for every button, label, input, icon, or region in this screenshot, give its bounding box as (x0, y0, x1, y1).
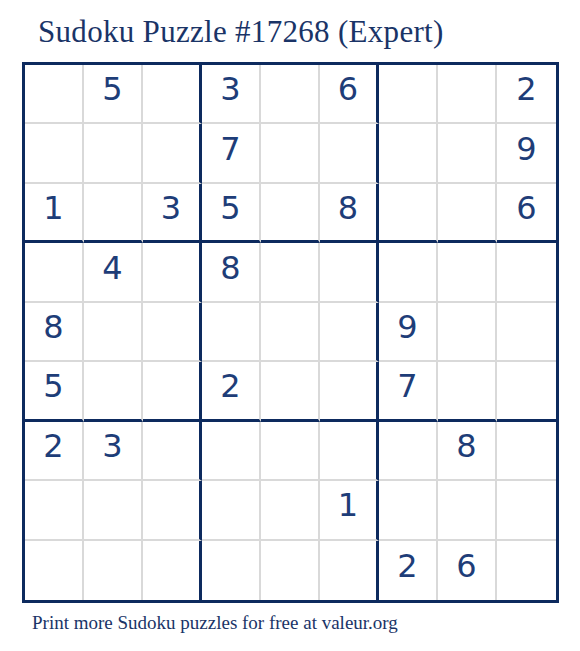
cell-r6c5-empty (261, 362, 320, 421)
cell-r8c4-empty (202, 481, 261, 540)
cell-r8c3-empty (143, 481, 202, 540)
cell-r6c3-empty (143, 362, 202, 421)
cell-r6c9-empty (497, 362, 556, 421)
cell-r6c1-given-5: 5 (25, 362, 84, 421)
footer-text: Print more Sudoku puzzles for free at va… (32, 612, 398, 634)
cell-r4c9-empty (497, 243, 556, 302)
cell-r1c1-empty (25, 65, 84, 124)
cell-r9c3-empty (143, 541, 202, 600)
cell-r1c4-given-3: 3 (202, 65, 261, 124)
cell-r7c6-empty (320, 422, 379, 481)
cell-r7c7-empty (379, 422, 438, 481)
cell-r9c6-empty (320, 541, 379, 600)
cell-r6c2-empty (84, 362, 143, 421)
cell-r9c8-given-6: 6 (438, 541, 497, 600)
cell-r4c1-empty (25, 243, 84, 302)
cell-r4c7-empty (379, 243, 438, 302)
cell-r5c2-empty (84, 303, 143, 362)
cell-r4c2-given-4: 4 (84, 243, 143, 302)
cell-r6c6-empty (320, 362, 379, 421)
cell-r4c3-empty (143, 243, 202, 302)
sudoku-board: 536279135864889527238126 (22, 62, 559, 603)
cell-r5c6-empty (320, 303, 379, 362)
cell-r2c2-empty (84, 124, 143, 183)
cell-r3c8-empty (438, 184, 497, 243)
cell-r2c6-empty (320, 124, 379, 183)
cell-r5c4-empty (202, 303, 261, 362)
cell-r8c7-empty (379, 481, 438, 540)
cell-r2c1-empty (25, 124, 84, 183)
cell-r6c8-empty (438, 362, 497, 421)
cell-r7c2-given-3: 3 (84, 422, 143, 481)
cell-r3c6-given-8: 8 (320, 184, 379, 243)
cell-r7c8-given-8: 8 (438, 422, 497, 481)
cell-r9c2-empty (84, 541, 143, 600)
cell-r3c1-given-1: 1 (25, 184, 84, 243)
cell-r5c5-empty (261, 303, 320, 362)
cell-r7c4-empty (202, 422, 261, 481)
cell-r3c7-empty (379, 184, 438, 243)
cell-r1c2-given-5: 5 (84, 65, 143, 124)
cell-r3c3-given-3: 3 (143, 184, 202, 243)
cell-r7c1-given-2: 2 (25, 422, 84, 481)
cell-r8c5-empty (261, 481, 320, 540)
cell-r6c7-given-7: 7 (379, 362, 438, 421)
cell-r2c7-empty (379, 124, 438, 183)
cell-r8c2-empty (84, 481, 143, 540)
cell-r4c8-empty (438, 243, 497, 302)
cell-r9c1-empty (25, 541, 84, 600)
cell-r5c3-empty (143, 303, 202, 362)
cell-r8c6-given-1: 1 (320, 481, 379, 540)
cell-r9c4-empty (202, 541, 261, 600)
cell-r7c5-empty (261, 422, 320, 481)
cell-r6c4-given-2: 2 (202, 362, 261, 421)
cell-r1c7-empty (379, 65, 438, 124)
cell-r5c8-empty (438, 303, 497, 362)
cell-r1c6-given-6: 6 (320, 65, 379, 124)
cell-r9c7-given-2: 2 (379, 541, 438, 600)
page-title: Sudoku Puzzle #17268 (Expert) (38, 14, 444, 50)
cell-r5c9-empty (497, 303, 556, 362)
cell-r9c9-empty (497, 541, 556, 600)
cell-r2c8-empty (438, 124, 497, 183)
cell-r8c8-empty (438, 481, 497, 540)
cell-r3c2-empty (84, 184, 143, 243)
cell-r1c5-empty (261, 65, 320, 124)
cell-r5c1-given-8: 8 (25, 303, 84, 362)
cell-r1c8-empty (438, 65, 497, 124)
cell-r4c5-empty (261, 243, 320, 302)
cell-r2c9-given-9: 9 (497, 124, 556, 183)
cell-r4c4-given-8: 8 (202, 243, 261, 302)
cell-r1c3-empty (143, 65, 202, 124)
cell-r2c4-given-7: 7 (202, 124, 261, 183)
cell-r5c7-given-9: 9 (379, 303, 438, 362)
cell-r2c3-empty (143, 124, 202, 183)
cell-r1c9-given-2: 2 (497, 65, 556, 124)
cell-r9c5-empty (261, 541, 320, 600)
cell-r8c1-empty (25, 481, 84, 540)
cell-r2c5-empty (261, 124, 320, 183)
cell-r3c4-given-5: 5 (202, 184, 261, 243)
cell-r4c6-empty (320, 243, 379, 302)
cell-r7c3-empty (143, 422, 202, 481)
cell-r3c9-given-6: 6 (497, 184, 556, 243)
cell-r8c9-empty (497, 481, 556, 540)
cell-r7c9-empty (497, 422, 556, 481)
cell-r3c5-empty (261, 184, 320, 243)
